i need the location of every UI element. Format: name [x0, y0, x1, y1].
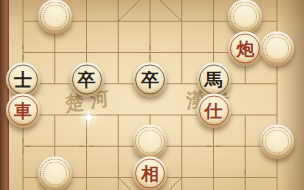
hidden-piece[interactable]: [260, 125, 294, 159]
piece-ring: [230, 2, 260, 32]
hidden-piece[interactable]: [260, 31, 294, 65]
piece-glyph: 仕: [197, 94, 231, 128]
black-advisor-piece[interactable]: 士: [6, 62, 40, 96]
piece-inner-ring: [265, 36, 289, 60]
piece-layer: 炮士卒卒馬車仕相: [7, 0, 293, 190]
piece-ring: [262, 127, 292, 157]
piece-glyph: 炮: [228, 31, 262, 65]
hidden-piece[interactable]: [38, 156, 72, 190]
move-highlight-dot: [84, 113, 93, 122]
hidden-piece[interactable]: [38, 0, 72, 34]
piece-inner-ring: [43, 161, 67, 185]
piece-glyph: 卒: [70, 62, 104, 96]
piece-glyph: 馬: [197, 62, 231, 96]
red-elephant-piece[interactable]: 相: [133, 156, 167, 190]
red-cannon-piece[interactable]: 炮: [228, 31, 262, 65]
black-soldier-piece[interactable]: 卒: [133, 62, 167, 96]
hidden-piece[interactable]: [228, 0, 262, 34]
hidden-piece[interactable]: [133, 125, 167, 159]
piece-inner-ring: [138, 130, 162, 154]
piece-ring: [40, 2, 70, 32]
xiangqi-board: 楚河 漢界 炮士卒卒馬車仕相: [0, 0, 304, 190]
piece-glyph: 相: [133, 156, 167, 190]
piece-glyph: 卒: [133, 62, 167, 96]
black-horse-piece[interactable]: 馬: [197, 62, 231, 96]
piece-inner-ring: [43, 5, 67, 29]
piece-ring: [262, 33, 292, 63]
piece-inner-ring: [233, 5, 257, 29]
red-chariot-piece[interactable]: 車: [6, 94, 40, 128]
piece-ring: [40, 158, 70, 188]
piece-glyph: 車: [6, 94, 40, 128]
black-soldier-piece[interactable]: 卒: [70, 62, 104, 96]
piece-inner-ring: [265, 130, 289, 154]
piece-glyph: 士: [6, 62, 40, 96]
piece-ring: [135, 127, 165, 157]
red-advisor-piece[interactable]: 仕: [197, 94, 231, 128]
